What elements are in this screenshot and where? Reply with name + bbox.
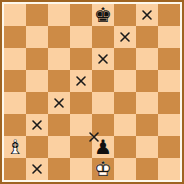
white-bishop-outline: ♗ — [4, 136, 26, 158]
square-g1[interactable] — [136, 158, 158, 180]
square-a5[interactable] — [4, 70, 26, 92]
square-a2[interactable]: ♝♗ — [4, 136, 26, 158]
x-mark-icon — [76, 76, 87, 87]
square-d2[interactable] — [70, 136, 92, 158]
square-e4[interactable] — [92, 92, 114, 114]
black-king[interactable]: ♚ — [92, 4, 114, 26]
square-b1[interactable] — [26, 158, 48, 180]
x-mark-icon — [98, 54, 109, 65]
square-e6[interactable] — [92, 48, 114, 70]
square-d5[interactable] — [70, 70, 92, 92]
square-c5[interactable] — [48, 70, 70, 92]
x-mark-icon — [32, 120, 43, 131]
square-h2[interactable] — [158, 136, 180, 158]
square-c3[interactable] — [48, 114, 70, 136]
square-g6[interactable] — [136, 48, 158, 70]
square-g8[interactable] — [136, 4, 158, 26]
square-a4[interactable] — [4, 92, 26, 114]
square-h5[interactable] — [158, 70, 180, 92]
square-e5[interactable] — [92, 70, 114, 92]
white-bishop[interactable]: ♝♗ — [4, 136, 26, 158]
square-h6[interactable] — [158, 48, 180, 70]
square-f5[interactable] — [114, 70, 136, 92]
square-e1[interactable]: ♚♔ — [92, 158, 114, 180]
square-f2[interactable] — [114, 136, 136, 158]
square-a8[interactable] — [4, 4, 26, 26]
square-f6[interactable] — [114, 48, 136, 70]
black-pawn[interactable]: ♟ — [92, 136, 114, 158]
square-c1[interactable] — [48, 158, 70, 180]
square-g5[interactable] — [136, 70, 158, 92]
square-g4[interactable] — [136, 92, 158, 114]
square-d8[interactable] — [70, 4, 92, 26]
white-king-outline: ♔ — [92, 158, 114, 180]
square-c8[interactable] — [48, 4, 70, 26]
chess-diagram: ♚♝♗♟♚♔ — [0, 0, 184, 184]
square-b6[interactable] — [26, 48, 48, 70]
square-g2[interactable] — [136, 136, 158, 158]
square-e7[interactable] — [92, 26, 114, 48]
square-b8[interactable] — [26, 4, 48, 26]
square-b2[interactable] — [26, 136, 48, 158]
square-f8[interactable] — [114, 4, 136, 26]
x-mark-icon — [54, 98, 65, 109]
x-mark-icon — [32, 164, 43, 175]
square-g7[interactable] — [136, 26, 158, 48]
square-b5[interactable] — [26, 70, 48, 92]
square-c7[interactable] — [48, 26, 70, 48]
square-b3[interactable] — [26, 114, 48, 136]
square-e2[interactable]: ♟ — [92, 136, 114, 158]
square-b4[interactable] — [26, 92, 48, 114]
square-d7[interactable] — [70, 26, 92, 48]
square-d6[interactable] — [70, 48, 92, 70]
square-c2[interactable] — [48, 136, 70, 158]
square-h1[interactable] — [158, 158, 180, 180]
square-c6[interactable] — [48, 48, 70, 70]
square-g3[interactable] — [136, 114, 158, 136]
square-f1[interactable] — [114, 158, 136, 180]
board-frame: ♚♝♗♟♚♔ — [0, 0, 184, 184]
square-d3[interactable] — [70, 114, 92, 136]
square-c4[interactable] — [48, 92, 70, 114]
square-e8[interactable]: ♚ — [92, 4, 114, 26]
square-f7[interactable] — [114, 26, 136, 48]
square-h4[interactable] — [158, 92, 180, 114]
square-h7[interactable] — [158, 26, 180, 48]
square-f3[interactable] — [114, 114, 136, 136]
square-a6[interactable] — [4, 48, 26, 70]
square-d1[interactable] — [70, 158, 92, 180]
square-a1[interactable] — [4, 158, 26, 180]
square-a3[interactable] — [4, 114, 26, 136]
chessboard: ♚♝♗♟♚♔ — [4, 4, 180, 180]
square-b7[interactable] — [26, 26, 48, 48]
square-f4[interactable] — [114, 92, 136, 114]
square-e3[interactable] — [92, 114, 114, 136]
square-h8[interactable] — [158, 4, 180, 26]
square-a7[interactable] — [4, 26, 26, 48]
square-h3[interactable] — [158, 114, 180, 136]
white-king[interactable]: ♚♔ — [92, 158, 114, 180]
x-mark-icon — [120, 32, 131, 43]
x-mark-icon — [142, 10, 153, 21]
square-d4[interactable] — [70, 92, 92, 114]
